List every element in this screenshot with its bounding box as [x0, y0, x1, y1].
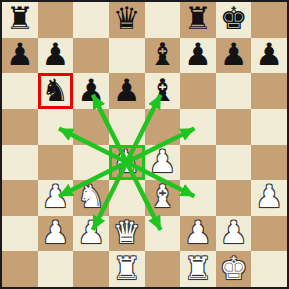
square-b4[interactable] — [38, 145, 74, 181]
square-d8[interactable]: ♛ — [109, 2, 145, 38]
square-c7[interactable] — [73, 38, 109, 74]
square-c4[interactable] — [73, 145, 109, 181]
piece-black-pawn-f7: ♟ — [184, 39, 212, 70]
chess-board: ♜♛♜♚♟♟♝♟♟♟♞♟♟♝♞♟♟♞♝♟♟♟♛♟♟♜♜♚ — [0, 0, 289, 289]
square-b5[interactable] — [38, 109, 74, 145]
square-d3[interactable] — [109, 180, 145, 216]
square-a5[interactable] — [2, 109, 38, 145]
square-a2[interactable] — [2, 216, 38, 252]
square-h6[interactable] — [251, 73, 287, 109]
piece-white-bishop-e3: ♝ — [148, 181, 176, 212]
square-f1[interactable]: ♜ — [180, 251, 216, 287]
piece-white-rook-d1: ♜ — [113, 253, 141, 284]
square-e7[interactable]: ♝ — [145, 38, 181, 74]
square-g1[interactable]: ♚ — [216, 251, 252, 287]
piece-white-pawn-f2: ♟ — [184, 217, 212, 248]
piece-black-pawn-b7: ♟ — [42, 39, 70, 70]
square-d4[interactable]: ♞ — [109, 145, 145, 181]
square-e1[interactable] — [145, 251, 181, 287]
square-b7[interactable]: ♟ — [38, 38, 74, 74]
piece-black-bishop-e7: ♝ — [148, 39, 176, 70]
square-g8[interactable]: ♚ — [216, 2, 252, 38]
piece-white-queen-d2: ♛ — [113, 217, 141, 248]
square-e5[interactable] — [145, 109, 181, 145]
square-g2[interactable]: ♟ — [216, 216, 252, 252]
square-c6[interactable]: ♟ — [73, 73, 109, 109]
square-a8[interactable]: ♜ — [2, 2, 38, 38]
square-h4[interactable] — [251, 145, 287, 181]
piece-white-pawn-b2: ♟ — [42, 217, 70, 248]
square-e6[interactable]: ♝ — [145, 73, 181, 109]
piece-black-king-g8: ♚ — [220, 3, 248, 34]
square-f8[interactable]: ♜ — [180, 2, 216, 38]
piece-black-pawn-d6: ♟ — [113, 75, 141, 106]
square-g7[interactable]: ♟ — [216, 38, 252, 74]
square-f3[interactable] — [180, 180, 216, 216]
square-b6[interactable]: ♞ — [38, 73, 74, 109]
piece-black-pawn-h7: ♟ — [255, 39, 283, 70]
square-h7[interactable]: ♟ — [251, 38, 287, 74]
piece-black-pawn-a7: ♟ — [6, 39, 34, 70]
piece-white-rook-f1: ♜ — [184, 253, 212, 284]
square-f4[interactable] — [180, 145, 216, 181]
piece-white-knight-c3: ♞ — [77, 181, 105, 212]
square-c2[interactable]: ♟ — [73, 216, 109, 252]
piece-white-knight-d4: ♞ — [113, 146, 141, 177]
square-f5[interactable] — [180, 109, 216, 145]
piece-white-pawn-h3: ♟ — [255, 181, 283, 212]
piece-white-pawn-b3: ♟ — [42, 181, 70, 212]
piece-black-pawn-c6: ♟ — [77, 75, 105, 106]
piece-black-bishop-e6: ♝ — [148, 75, 176, 106]
square-d5[interactable] — [109, 109, 145, 145]
square-g4[interactable] — [216, 145, 252, 181]
square-h3[interactable]: ♟ — [251, 180, 287, 216]
square-h2[interactable] — [251, 216, 287, 252]
square-b8[interactable] — [38, 2, 74, 38]
square-h5[interactable] — [251, 109, 287, 145]
piece-white-pawn-c2: ♟ — [77, 217, 105, 248]
piece-white-pawn-e4: ♟ — [148, 146, 176, 177]
square-g6[interactable] — [216, 73, 252, 109]
piece-white-king-g1: ♚ — [220, 253, 248, 284]
piece-black-rook-f8: ♜ — [184, 3, 212, 34]
square-g3[interactable] — [216, 180, 252, 216]
piece-black-queen-d8: ♛ — [113, 3, 141, 34]
square-f2[interactable]: ♟ — [180, 216, 216, 252]
square-a4[interactable] — [2, 145, 38, 181]
square-d2[interactable]: ♛ — [109, 216, 145, 252]
square-c3[interactable]: ♞ — [73, 180, 109, 216]
square-e8[interactable] — [145, 2, 181, 38]
square-f7[interactable]: ♟ — [180, 38, 216, 74]
square-c8[interactable] — [73, 2, 109, 38]
square-f6[interactable] — [180, 73, 216, 109]
piece-black-knight-b6: ♞ — [42, 75, 70, 106]
square-b2[interactable]: ♟ — [38, 216, 74, 252]
square-b3[interactable]: ♟ — [38, 180, 74, 216]
square-c5[interactable] — [73, 109, 109, 145]
square-b1[interactable] — [38, 251, 74, 287]
square-e2[interactable] — [145, 216, 181, 252]
square-d6[interactable]: ♟ — [109, 73, 145, 109]
piece-white-pawn-g2: ♟ — [220, 217, 248, 248]
square-h1[interactable] — [251, 251, 287, 287]
square-d1[interactable]: ♜ — [109, 251, 145, 287]
square-a3[interactable] — [2, 180, 38, 216]
square-c1[interactable] — [73, 251, 109, 287]
piece-black-pawn-g7: ♟ — [220, 39, 248, 70]
square-a7[interactable]: ♟ — [2, 38, 38, 74]
square-a1[interactable] — [2, 251, 38, 287]
piece-black-rook-a8: ♜ — [6, 3, 34, 34]
chess-board-wrap: ♜♛♜♚♟♟♝♟♟♟♞♟♟♝♞♟♟♞♝♟♟♟♛♟♟♜♜♚ — [0, 0, 289, 289]
square-g5[interactable] — [216, 109, 252, 145]
square-a6[interactable] — [2, 73, 38, 109]
square-e3[interactable]: ♝ — [145, 180, 181, 216]
square-e4[interactable]: ♟ — [145, 145, 181, 181]
square-d7[interactable] — [109, 38, 145, 74]
square-h8[interactable] — [251, 2, 287, 38]
